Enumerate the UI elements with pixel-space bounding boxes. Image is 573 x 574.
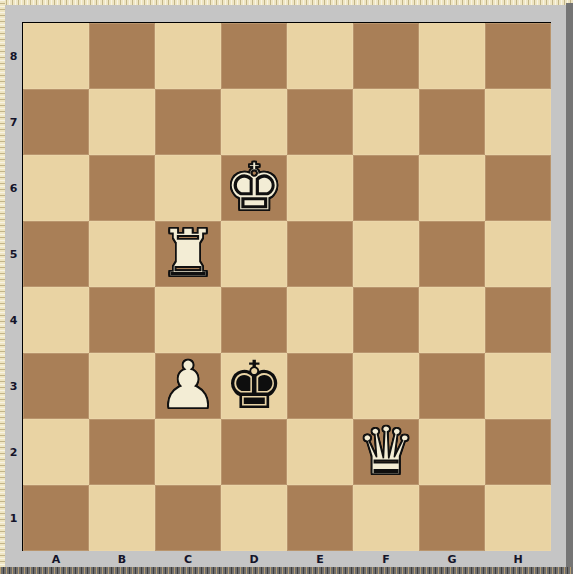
square-d8[interactable] <box>221 23 287 89</box>
rank-label-7: 7 <box>5 89 22 155</box>
square-a5[interactable] <box>23 221 89 287</box>
square-c5[interactable]: ♜ <box>155 221 221 287</box>
rank-label-5: 5 <box>5 221 22 287</box>
chess-board: ♚♜♟♚♛ <box>22 22 551 551</box>
square-b2[interactable] <box>89 419 155 485</box>
square-c6[interactable] <box>155 155 221 221</box>
square-d1[interactable] <box>221 485 287 551</box>
square-h2[interactable] <box>485 419 551 485</box>
white-queen[interactable]: ♛ <box>356 419 415 485</box>
square-g7[interactable] <box>419 89 485 155</box>
square-h8[interactable] <box>485 23 551 89</box>
square-b3[interactable] <box>89 353 155 419</box>
square-g6[interactable] <box>419 155 485 221</box>
square-h6[interactable] <box>485 155 551 221</box>
square-g3[interactable] <box>419 353 485 419</box>
square-a4[interactable] <box>23 287 89 353</box>
black-king[interactable]: ♚ <box>224 353 283 419</box>
square-e2[interactable] <box>287 419 353 485</box>
square-e4[interactable] <box>287 287 353 353</box>
rank-label-2: 2 <box>5 419 22 485</box>
square-c8[interactable] <box>155 23 221 89</box>
file-label-f: F <box>353 552 419 567</box>
square-d3[interactable]: ♚ <box>221 353 287 419</box>
white-king[interactable]: ♚ <box>224 155 283 221</box>
square-c4[interactable] <box>155 287 221 353</box>
square-a6[interactable] <box>23 155 89 221</box>
square-b6[interactable] <box>89 155 155 221</box>
square-b7[interactable] <box>89 89 155 155</box>
square-f2[interactable]: ♛ <box>353 419 419 485</box>
square-f7[interactable] <box>353 89 419 155</box>
rank-label-6: 6 <box>5 155 22 221</box>
file-label-e: E <box>287 552 353 567</box>
square-f8[interactable] <box>353 23 419 89</box>
square-b5[interactable] <box>89 221 155 287</box>
square-h4[interactable] <box>485 287 551 353</box>
square-f5[interactable] <box>353 221 419 287</box>
square-h5[interactable] <box>485 221 551 287</box>
square-a1[interactable] <box>23 485 89 551</box>
square-d4[interactable] <box>221 287 287 353</box>
file-label-h: H <box>485 552 551 567</box>
square-c7[interactable] <box>155 89 221 155</box>
rank-label-3: 3 <box>5 353 22 419</box>
square-h3[interactable] <box>485 353 551 419</box>
file-label-c: C <box>155 552 221 567</box>
file-label-a: A <box>23 552 89 567</box>
square-f6[interactable] <box>353 155 419 221</box>
square-e1[interactable] <box>287 485 353 551</box>
square-e5[interactable] <box>287 221 353 287</box>
frame-edge-bottom <box>0 567 573 574</box>
square-f3[interactable] <box>353 353 419 419</box>
square-d7[interactable] <box>221 89 287 155</box>
square-a3[interactable] <box>23 353 89 419</box>
frame-edge-top <box>0 0 573 5</box>
square-a7[interactable] <box>23 89 89 155</box>
square-b4[interactable] <box>89 287 155 353</box>
square-e7[interactable] <box>287 89 353 155</box>
square-c1[interactable] <box>155 485 221 551</box>
square-d6[interactable]: ♚ <box>221 155 287 221</box>
square-g5[interactable] <box>419 221 485 287</box>
file-label-b: B <box>89 552 155 567</box>
square-h7[interactable] <box>485 89 551 155</box>
white-pawn[interactable]: ♟ <box>158 353 217 419</box>
file-label-g: G <box>419 552 485 567</box>
rank-label-8: 8 <box>5 23 22 89</box>
square-g4[interactable] <box>419 287 485 353</box>
rank-labels: 87654321 <box>5 23 22 551</box>
file-label-d: D <box>221 552 287 567</box>
frame-edge-right <box>566 3 573 574</box>
square-d2[interactable] <box>221 419 287 485</box>
square-h1[interactable] <box>485 485 551 551</box>
square-g1[interactable] <box>419 485 485 551</box>
square-c2[interactable] <box>155 419 221 485</box>
square-g8[interactable] <box>419 23 485 89</box>
square-e8[interactable] <box>287 23 353 89</box>
board-frame: 87654321 ♚♜♟♚♛ ABCDEFGH <box>0 0 573 574</box>
square-e3[interactable] <box>287 353 353 419</box>
square-g2[interactable] <box>419 419 485 485</box>
square-f4[interactable] <box>353 287 419 353</box>
white-rook[interactable]: ♜ <box>158 221 217 287</box>
square-b1[interactable] <box>89 485 155 551</box>
square-e6[interactable] <box>287 155 353 221</box>
square-a2[interactable] <box>23 419 89 485</box>
rank-label-1: 1 <box>5 485 22 551</box>
square-f1[interactable] <box>353 485 419 551</box>
file-labels: ABCDEFGH <box>23 552 551 567</box>
square-c3[interactable]: ♟ <box>155 353 221 419</box>
rank-label-4: 4 <box>5 287 22 353</box>
square-d5[interactable] <box>221 221 287 287</box>
square-b8[interactable] <box>89 23 155 89</box>
square-a8[interactable] <box>23 23 89 89</box>
